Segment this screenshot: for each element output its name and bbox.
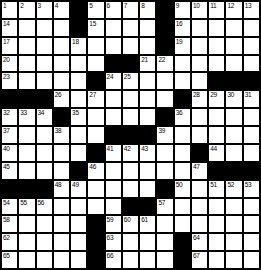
clue-number: 39 bbox=[158, 127, 165, 134]
clue-number: 19 bbox=[176, 38, 183, 45]
block-cell-4-12 bbox=[209, 73, 224, 89]
cell-8-12[interactable]: 44 bbox=[209, 145, 224, 161]
clue-number: 65 bbox=[3, 252, 10, 259]
cell-7-13[interactable] bbox=[226, 127, 241, 143]
block-cell-9-13 bbox=[226, 163, 241, 179]
cell-12-1[interactable] bbox=[19, 216, 34, 232]
clue-number: 18 bbox=[72, 38, 79, 45]
cell-13-3[interactable] bbox=[54, 234, 69, 250]
cell-14-12[interactable] bbox=[209, 252, 224, 268]
cell-11-10[interactable] bbox=[175, 199, 190, 215]
cell-14-4[interactable] bbox=[71, 252, 86, 268]
cell-8-0[interactable]: 40 bbox=[2, 145, 17, 161]
clue-number: 7 bbox=[124, 2, 127, 9]
cell-10-10[interactable]: 50 bbox=[175, 181, 190, 197]
clue-number: 23 bbox=[3, 73, 10, 80]
cell-11-9[interactable]: 57 bbox=[157, 199, 172, 215]
cell-8-9[interactable] bbox=[157, 145, 172, 161]
clue-number: 54 bbox=[3, 199, 10, 206]
clue-number: 34 bbox=[38, 109, 45, 116]
block-cell-4-5 bbox=[88, 73, 103, 89]
block-cell-3-7 bbox=[123, 56, 138, 72]
cell-2-3[interactable] bbox=[54, 38, 69, 54]
cell-7-14[interactable] bbox=[244, 127, 259, 143]
clue-number: 13 bbox=[245, 2, 252, 9]
cell-12-9[interactable] bbox=[157, 216, 172, 232]
clue-number: 64 bbox=[193, 234, 200, 241]
cell-5-14[interactable]: 31 bbox=[244, 91, 259, 107]
clue-number: 32 bbox=[3, 109, 10, 116]
clue-number: 42 bbox=[124, 145, 131, 152]
block-cell-8-5 bbox=[88, 145, 103, 161]
cell-0-8[interactable]: 8 bbox=[140, 2, 155, 18]
cell-12-13[interactable] bbox=[226, 216, 241, 232]
clue-number: 25 bbox=[124, 73, 131, 80]
block-cell-10-9 bbox=[157, 181, 172, 197]
cell-4-11[interactable] bbox=[192, 73, 207, 89]
clue-number: 20 bbox=[3, 56, 10, 63]
clue-number: 61 bbox=[141, 216, 148, 223]
cell-13-0[interactable]: 62 bbox=[2, 234, 17, 250]
cell-10-3[interactable]: 48 bbox=[54, 181, 69, 197]
cell-1-12[interactable] bbox=[209, 20, 224, 36]
clue-number: 31 bbox=[245, 91, 252, 98]
cell-12-3[interactable] bbox=[54, 216, 69, 232]
cell-14-1[interactable] bbox=[19, 252, 34, 268]
cell-14-8[interactable] bbox=[140, 252, 155, 268]
cell-2-7[interactable] bbox=[123, 38, 138, 54]
cell-13-7[interactable] bbox=[123, 234, 138, 250]
cell-5-8[interactable] bbox=[140, 91, 155, 107]
cell-7-10[interactable] bbox=[175, 127, 190, 143]
cell-3-2[interactable] bbox=[37, 56, 52, 72]
cell-13-1[interactable] bbox=[19, 234, 34, 250]
clue-number: 33 bbox=[20, 109, 27, 116]
cell-5-12[interactable]: 29 bbox=[209, 91, 224, 107]
cell-13-13[interactable] bbox=[226, 234, 241, 250]
cell-8-6[interactable]: 41 bbox=[106, 145, 121, 161]
cell-9-2[interactable] bbox=[37, 163, 52, 179]
cell-11-14[interactable] bbox=[244, 199, 259, 215]
cell-0-14[interactable]: 13 bbox=[244, 2, 259, 18]
cell-6-10[interactable]: 36 bbox=[175, 109, 190, 125]
cell-4-8[interactable] bbox=[140, 73, 155, 89]
clue-number: 51 bbox=[210, 181, 217, 188]
cell-5-4[interactable] bbox=[71, 91, 86, 107]
block-cell-3-6 bbox=[106, 56, 121, 72]
cell-1-1[interactable] bbox=[19, 20, 34, 36]
cell-0-1[interactable]: 2 bbox=[19, 2, 34, 18]
cell-3-14[interactable] bbox=[244, 56, 259, 72]
cell-13-12[interactable] bbox=[209, 234, 224, 250]
clue-number: 57 bbox=[158, 199, 165, 206]
clue-number: 2 bbox=[20, 2, 23, 9]
cell-9-5[interactable]: 46 bbox=[88, 163, 103, 179]
block-cell-14-5 bbox=[88, 252, 103, 268]
clue-number: 48 bbox=[55, 181, 62, 188]
cell-0-10[interactable]: 9 bbox=[175, 2, 190, 18]
cell-13-14[interactable] bbox=[244, 234, 259, 250]
cell-4-2[interactable] bbox=[37, 73, 52, 89]
cell-8-2[interactable] bbox=[37, 145, 52, 161]
cell-6-7[interactable] bbox=[123, 109, 138, 125]
clue-number: 27 bbox=[89, 91, 96, 98]
cell-13-8[interactable] bbox=[140, 234, 155, 250]
clue-number: 63 bbox=[107, 234, 114, 241]
cell-6-12[interactable] bbox=[209, 109, 224, 125]
cell-7-5[interactable] bbox=[88, 127, 103, 143]
clue-number: 66 bbox=[107, 252, 114, 259]
block-cell-9-4 bbox=[71, 163, 86, 179]
cell-9-11[interactable]: 47 bbox=[192, 163, 207, 179]
cell-14-7[interactable] bbox=[123, 252, 138, 268]
clue-number: 36 bbox=[176, 109, 183, 116]
cell-14-11[interactable]: 67 bbox=[192, 252, 207, 268]
clue-number: 58 bbox=[3, 216, 10, 223]
cell-3-10[interactable] bbox=[175, 56, 190, 72]
cell-12-10[interactable] bbox=[175, 216, 190, 232]
cell-7-4[interactable] bbox=[71, 127, 86, 143]
cell-5-11[interactable]: 28 bbox=[192, 91, 207, 107]
cell-4-3[interactable] bbox=[54, 73, 69, 89]
cell-7-9[interactable]: 39 bbox=[157, 127, 172, 143]
block-cell-10-2 bbox=[37, 181, 52, 197]
cell-5-13[interactable]: 30 bbox=[226, 91, 241, 107]
cell-6-11[interactable] bbox=[192, 109, 207, 125]
clue-number: 59 bbox=[107, 216, 114, 223]
cell-10-13[interactable]: 52 bbox=[226, 181, 241, 197]
block-cell-2-9 bbox=[157, 38, 172, 54]
cell-3-9[interactable]: 22 bbox=[157, 56, 172, 72]
cell-6-13[interactable] bbox=[226, 109, 241, 125]
cell-10-7[interactable] bbox=[123, 181, 138, 197]
clue-number: 12 bbox=[227, 2, 234, 9]
clue-number: 37 bbox=[3, 127, 10, 134]
clue-number: 53 bbox=[245, 181, 252, 188]
clue-number: 6 bbox=[107, 2, 110, 9]
cell-9-3[interactable] bbox=[54, 163, 69, 179]
clue-number: 5 bbox=[89, 2, 92, 9]
cell-6-6[interactable] bbox=[106, 109, 121, 125]
clue-number: 24 bbox=[107, 73, 114, 80]
cell-4-1[interactable] bbox=[19, 73, 34, 89]
clue-number: 29 bbox=[210, 91, 217, 98]
cell-7-1[interactable] bbox=[19, 127, 34, 143]
cell-9-9[interactable] bbox=[157, 163, 172, 179]
cell-2-2[interactable] bbox=[37, 38, 52, 54]
cell-1-10[interactable]: 16 bbox=[175, 20, 190, 36]
cell-12-11[interactable] bbox=[192, 216, 207, 232]
cell-2-14[interactable] bbox=[244, 38, 259, 54]
cell-13-2[interactable] bbox=[37, 234, 52, 250]
block-cell-5-1 bbox=[19, 91, 34, 107]
block-cell-1-4 bbox=[71, 20, 86, 36]
cell-3-5[interactable] bbox=[88, 56, 103, 72]
cell-7-3[interactable]: 38 bbox=[54, 127, 69, 143]
cell-1-6[interactable] bbox=[106, 20, 121, 36]
cell-9-8[interactable] bbox=[140, 163, 155, 179]
cell-1-14[interactable] bbox=[244, 20, 259, 36]
cell-8-4[interactable] bbox=[71, 145, 86, 161]
clue-number: 21 bbox=[141, 56, 148, 63]
cell-9-7[interactable] bbox=[123, 163, 138, 179]
cell-6-4[interactable]: 35 bbox=[71, 109, 86, 125]
clue-number: 11 bbox=[210, 2, 216, 9]
cell-10-12[interactable]: 51 bbox=[209, 181, 224, 197]
cell-14-9[interactable] bbox=[157, 252, 172, 268]
cell-8-7[interactable]: 42 bbox=[123, 145, 138, 161]
cell-3-8[interactable]: 21 bbox=[140, 56, 155, 72]
cell-12-0[interactable]: 58 bbox=[2, 216, 17, 232]
cell-7-0[interactable]: 37 bbox=[2, 127, 17, 143]
block-cell-7-8 bbox=[140, 127, 155, 143]
cell-0-3[interactable]: 4 bbox=[54, 2, 69, 18]
cell-2-6[interactable] bbox=[106, 38, 121, 54]
clue-number: 3 bbox=[38, 2, 41, 9]
cell-0-6[interactable]: 6 bbox=[106, 2, 121, 18]
cell-0-13[interactable]: 12 bbox=[226, 2, 241, 18]
clue-number: 4 bbox=[55, 2, 58, 9]
cell-4-10[interactable] bbox=[175, 73, 190, 89]
cell-12-7[interactable]: 60 bbox=[123, 216, 138, 232]
block-cell-14-10 bbox=[175, 252, 190, 268]
block-cell-0-4 bbox=[71, 2, 86, 18]
cell-9-10[interactable] bbox=[175, 163, 190, 179]
cell-8-3[interactable] bbox=[54, 145, 69, 161]
block-cell-6-3 bbox=[54, 109, 69, 125]
cell-5-3[interactable]: 26 bbox=[54, 91, 69, 107]
block-cell-4-13 bbox=[226, 73, 241, 89]
cell-2-12[interactable] bbox=[209, 38, 224, 54]
cell-9-0[interactable]: 45 bbox=[2, 163, 17, 179]
clue-number: 22 bbox=[158, 56, 165, 63]
cell-6-2[interactable]: 34 bbox=[37, 109, 52, 125]
clue-number: 67 bbox=[193, 252, 200, 259]
cell-11-11[interactable] bbox=[192, 199, 207, 215]
clue-number: 28 bbox=[193, 91, 200, 98]
clue-number: 8 bbox=[141, 2, 144, 9]
block-cell-12-5 bbox=[88, 216, 103, 232]
cell-14-3[interactable] bbox=[54, 252, 69, 268]
cell-1-13[interactable] bbox=[226, 20, 241, 36]
cell-7-2[interactable] bbox=[37, 127, 52, 143]
cell-0-5[interactable]: 5 bbox=[88, 2, 103, 18]
cell-6-5[interactable] bbox=[88, 109, 103, 125]
cell-11-5[interactable] bbox=[88, 199, 103, 215]
clue-number: 44 bbox=[210, 145, 217, 152]
cell-7-11[interactable] bbox=[192, 127, 207, 143]
block-cell-9-12 bbox=[209, 163, 224, 179]
clue-number: 43 bbox=[141, 145, 148, 152]
cell-13-4[interactable] bbox=[71, 234, 86, 250]
cell-1-8[interactable] bbox=[140, 20, 155, 36]
cell-9-1[interactable] bbox=[19, 163, 34, 179]
block-cell-5-10 bbox=[175, 91, 190, 107]
clue-number: 35 bbox=[72, 109, 79, 116]
clue-number: 49 bbox=[72, 181, 79, 188]
block-cell-7-7 bbox=[123, 127, 138, 143]
block-cell-4-14 bbox=[244, 73, 259, 89]
cell-14-2[interactable] bbox=[37, 252, 52, 268]
cell-3-4[interactable] bbox=[71, 56, 86, 72]
cell-2-1[interactable] bbox=[19, 38, 34, 54]
clue-number: 14 bbox=[3, 20, 10, 27]
clue-number: 50 bbox=[176, 181, 183, 188]
cell-12-14[interactable] bbox=[244, 216, 259, 232]
clue-number: 17 bbox=[3, 38, 10, 45]
cell-14-0[interactable]: 65 bbox=[2, 252, 17, 268]
block-cell-11-7 bbox=[123, 199, 138, 215]
block-cell-0-9 bbox=[157, 2, 172, 18]
cell-4-4[interactable] bbox=[71, 73, 86, 89]
clue-number: 45 bbox=[3, 163, 10, 170]
cell-11-0[interactable]: 54 bbox=[2, 199, 17, 215]
cell-3-1[interactable] bbox=[19, 56, 34, 72]
cell-5-6[interactable] bbox=[106, 91, 121, 107]
block-cell-6-9 bbox=[157, 109, 172, 125]
block-cell-8-11 bbox=[192, 145, 207, 161]
cell-1-11[interactable] bbox=[192, 20, 207, 36]
cell-11-4[interactable] bbox=[71, 199, 86, 215]
cell-12-12[interactable] bbox=[209, 216, 224, 232]
cell-11-13[interactable] bbox=[226, 199, 241, 215]
clue-number: 56 bbox=[38, 199, 45, 206]
block-cell-5-2 bbox=[37, 91, 52, 107]
cell-2-11[interactable] bbox=[192, 38, 207, 54]
clue-number: 60 bbox=[124, 216, 131, 223]
cell-10-5[interactable] bbox=[88, 181, 103, 197]
cell-1-2[interactable] bbox=[37, 20, 52, 36]
clue-number: 46 bbox=[89, 163, 96, 170]
block-cell-11-8 bbox=[140, 199, 155, 215]
cell-13-11[interactable]: 64 bbox=[192, 234, 207, 250]
clue-number: 62 bbox=[3, 234, 10, 241]
clue-number: 38 bbox=[55, 127, 62, 134]
cell-13-9[interactable] bbox=[157, 234, 172, 250]
cell-8-1[interactable] bbox=[19, 145, 34, 161]
block-cell-5-0 bbox=[2, 91, 17, 107]
cell-9-6[interactable] bbox=[106, 163, 121, 179]
block-cell-7-6 bbox=[106, 127, 121, 143]
cell-1-7[interactable] bbox=[123, 20, 138, 36]
clue-number: 16 bbox=[176, 20, 183, 27]
cell-8-10[interactable] bbox=[175, 145, 190, 161]
clue-number: 10 bbox=[193, 2, 200, 9]
block-cell-13-10 bbox=[175, 234, 190, 250]
cell-14-13[interactable] bbox=[226, 252, 241, 268]
cell-4-6[interactable]: 24 bbox=[106, 73, 121, 89]
cell-3-13[interactable] bbox=[226, 56, 241, 72]
cell-8-13[interactable] bbox=[226, 145, 241, 161]
cell-11-3[interactable] bbox=[54, 199, 69, 215]
cell-1-3[interactable] bbox=[54, 20, 69, 36]
cell-2-8[interactable] bbox=[140, 38, 155, 54]
cell-11-2[interactable]: 56 bbox=[37, 199, 52, 215]
cell-10-4[interactable]: 49 bbox=[71, 181, 86, 197]
cell-12-6[interactable]: 59 bbox=[106, 216, 121, 232]
block-cell-10-0 bbox=[2, 181, 17, 197]
clue-number: 55 bbox=[20, 199, 27, 206]
cell-10-8[interactable] bbox=[140, 181, 155, 197]
cell-4-0[interactable]: 23 bbox=[2, 73, 17, 89]
cell-0-7[interactable]: 7 bbox=[123, 2, 138, 18]
block-cell-9-14 bbox=[244, 163, 259, 179]
cell-0-12[interactable]: 11 bbox=[209, 2, 224, 18]
clue-number: 41 bbox=[107, 145, 114, 152]
cell-6-0[interactable]: 32 bbox=[2, 109, 17, 125]
cell-2-13[interactable] bbox=[226, 38, 241, 54]
cell-5-9[interactable] bbox=[157, 91, 172, 107]
crossword-board: 1234567891011121314151617181920212223242… bbox=[0, 0, 261, 270]
cell-7-12[interactable] bbox=[209, 127, 224, 143]
cell-2-4[interactable]: 18 bbox=[71, 38, 86, 54]
block-cell-1-9 bbox=[157, 20, 172, 36]
cell-14-6[interactable]: 66 bbox=[106, 252, 121, 268]
cell-10-14[interactable]: 53 bbox=[244, 181, 259, 197]
cell-13-6[interactable]: 63 bbox=[106, 234, 121, 250]
cell-6-1[interactable]: 33 bbox=[19, 109, 34, 125]
clue-number: 9 bbox=[176, 2, 179, 9]
cell-1-0[interactable]: 14 bbox=[2, 20, 17, 36]
cell-3-12[interactable] bbox=[209, 56, 224, 72]
clue-number: 15 bbox=[89, 20, 96, 27]
clue-number: 26 bbox=[55, 91, 62, 98]
block-cell-10-1 bbox=[19, 181, 34, 197]
clue-number: 1 bbox=[3, 2, 6, 9]
cell-10-6[interactable] bbox=[106, 181, 121, 197]
cell-8-14[interactable] bbox=[244, 145, 259, 161]
cell-0-11[interactable]: 10 bbox=[192, 2, 207, 18]
clue-number: 47 bbox=[193, 163, 200, 170]
cell-2-10[interactable]: 19 bbox=[175, 38, 190, 54]
cell-2-5[interactable] bbox=[88, 38, 103, 54]
cell-6-8[interactable] bbox=[140, 109, 155, 125]
cell-11-6[interactable] bbox=[106, 199, 121, 215]
cell-2-0[interactable]: 17 bbox=[2, 38, 17, 54]
cell-8-8[interactable]: 43 bbox=[140, 145, 155, 161]
cell-6-14[interactable] bbox=[244, 109, 259, 125]
cell-12-4[interactable] bbox=[71, 216, 86, 232]
cell-3-3[interactable] bbox=[54, 56, 69, 72]
cell-4-7[interactable]: 25 bbox=[123, 73, 138, 89]
cell-3-0[interactable]: 20 bbox=[2, 56, 17, 72]
block-cell-13-5 bbox=[88, 234, 103, 250]
cell-0-0[interactable]: 1 bbox=[2, 2, 17, 18]
cell-4-9[interactable] bbox=[157, 73, 172, 89]
cell-11-1[interactable]: 55 bbox=[19, 199, 34, 215]
cell-12-2[interactable] bbox=[37, 216, 52, 232]
cell-12-8[interactable]: 61 bbox=[140, 216, 155, 232]
cell-0-2[interactable]: 3 bbox=[37, 2, 52, 18]
cell-5-5[interactable]: 27 bbox=[88, 91, 103, 107]
cell-11-12[interactable] bbox=[209, 199, 224, 215]
cell-1-5[interactable]: 15 bbox=[88, 20, 103, 36]
cell-5-7[interactable] bbox=[123, 91, 138, 107]
clue-number: 52 bbox=[227, 181, 234, 188]
clue-number: 40 bbox=[3, 145, 10, 152]
clue-number: 30 bbox=[227, 91, 234, 98]
cell-3-11[interactable] bbox=[192, 56, 207, 72]
cell-10-11[interactable] bbox=[192, 181, 207, 197]
cell-14-14[interactable] bbox=[244, 252, 259, 268]
